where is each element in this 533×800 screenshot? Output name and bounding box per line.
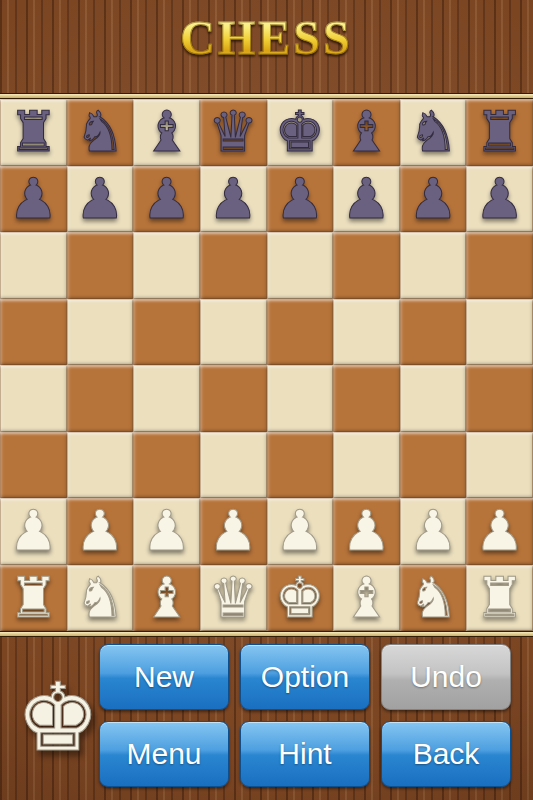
- piece-black-knight: ♞: [400, 99, 467, 166]
- square-b8[interactable]: ♞: [67, 99, 134, 166]
- square-b3[interactable]: [67, 432, 134, 499]
- square-b5[interactable]: [67, 299, 134, 366]
- square-e5[interactable]: [267, 299, 334, 366]
- square-d7[interactable]: ♟: [200, 166, 267, 233]
- square-e6[interactable]: [267, 232, 334, 299]
- square-d8[interactable]: ♛: [200, 99, 267, 166]
- board-bottom-border: [0, 631, 533, 637]
- piece-white-rook: ♜: [0, 565, 67, 632]
- square-c6[interactable]: [133, 232, 200, 299]
- app-screen: CHESS ♜♞♝♛♚♝♞♜♟♟♟♟♟♟♟♟♟♟♟♟♟♟♟♟♜♞♝♛♚♝♞♜ ♚…: [0, 0, 533, 800]
- square-f3[interactable]: [333, 432, 400, 499]
- piece-black-pawn: ♟: [0, 166, 67, 233]
- square-d4[interactable]: [200, 365, 267, 432]
- square-d2[interactable]: ♟: [200, 498, 267, 565]
- square-b4[interactable]: [67, 365, 134, 432]
- square-f1[interactable]: ♝: [333, 565, 400, 632]
- square-g2[interactable]: ♟: [400, 498, 467, 565]
- square-h1[interactable]: ♜: [466, 565, 533, 632]
- square-g6[interactable]: [400, 232, 467, 299]
- square-c7[interactable]: ♟: [133, 166, 200, 233]
- square-h2[interactable]: ♟: [466, 498, 533, 565]
- square-c5[interactable]: [133, 299, 200, 366]
- option-button[interactable]: Option: [240, 644, 370, 710]
- square-e1[interactable]: ♚: [267, 565, 334, 632]
- square-c4[interactable]: [133, 365, 200, 432]
- piece-black-bishop: ♝: [333, 99, 400, 166]
- square-a1[interactable]: ♜: [0, 565, 67, 632]
- square-h7[interactable]: ♟: [466, 166, 533, 233]
- board-frame: ♜♞♝♛♚♝♞♜♟♟♟♟♟♟♟♟♟♟♟♟♟♟♟♟♜♞♝♛♚♝♞♜: [0, 93, 533, 637]
- white-king-icon: ♚: [12, 660, 104, 776]
- piece-white-pawn: ♟: [133, 498, 200, 565]
- square-a8[interactable]: ♜: [0, 99, 67, 166]
- piece-white-pawn: ♟: [267, 498, 334, 565]
- square-e8[interactable]: ♚: [267, 99, 334, 166]
- piece-black-knight: ♞: [67, 99, 134, 166]
- piece-white-king: ♚: [267, 565, 334, 632]
- square-f2[interactable]: ♟: [333, 498, 400, 565]
- square-b7[interactable]: ♟: [67, 166, 134, 233]
- square-d1[interactable]: ♛: [200, 565, 267, 632]
- header: CHESS: [0, 10, 533, 65]
- square-e4[interactable]: [267, 365, 334, 432]
- square-h8[interactable]: ♜: [466, 99, 533, 166]
- piece-white-pawn: ♟: [200, 498, 267, 565]
- piece-white-pawn: ♟: [400, 498, 467, 565]
- piece-black-rook: ♜: [466, 99, 533, 166]
- square-f5[interactable]: [333, 299, 400, 366]
- square-e2[interactable]: ♟: [267, 498, 334, 565]
- square-f8[interactable]: ♝: [333, 99, 400, 166]
- piece-black-bishop: ♝: [133, 99, 200, 166]
- square-b6[interactable]: [67, 232, 134, 299]
- piece-white-pawn: ♟: [67, 498, 134, 565]
- piece-black-queen: ♛: [200, 99, 267, 166]
- square-d5[interactable]: [200, 299, 267, 366]
- hint-button[interactable]: Hint: [240, 721, 370, 787]
- square-g3[interactable]: [400, 432, 467, 499]
- square-b2[interactable]: ♟: [67, 498, 134, 565]
- piece-black-pawn: ♟: [466, 166, 533, 233]
- piece-black-pawn: ♟: [200, 166, 267, 233]
- square-a5[interactable]: [0, 299, 67, 366]
- piece-black-king: ♚: [267, 99, 334, 166]
- piece-white-knight: ♞: [67, 565, 134, 632]
- piece-white-rook: ♜: [466, 565, 533, 632]
- square-b1[interactable]: ♞: [67, 565, 134, 632]
- piece-white-queen: ♛: [200, 565, 267, 632]
- square-d3[interactable]: [200, 432, 267, 499]
- piece-white-bishop: ♝: [133, 565, 200, 632]
- new-button[interactable]: New: [99, 644, 229, 710]
- piece-white-knight: ♞: [400, 565, 467, 632]
- piece-white-pawn: ♟: [0, 498, 67, 565]
- square-g5[interactable]: [400, 299, 467, 366]
- square-e3[interactable]: [267, 432, 334, 499]
- piece-white-bishop: ♝: [333, 565, 400, 632]
- square-g8[interactable]: ♞: [400, 99, 467, 166]
- piece-black-pawn: ♟: [333, 166, 400, 233]
- square-c2[interactable]: ♟: [133, 498, 200, 565]
- back-button[interactable]: Back: [381, 721, 511, 787]
- piece-black-pawn: ♟: [133, 166, 200, 233]
- square-f6[interactable]: [333, 232, 400, 299]
- square-a3[interactable]: [0, 432, 67, 499]
- square-a2[interactable]: ♟: [0, 498, 67, 565]
- square-a7[interactable]: ♟: [0, 166, 67, 233]
- square-h5[interactable]: [466, 299, 533, 366]
- square-h6[interactable]: [466, 232, 533, 299]
- square-h4[interactable]: [466, 365, 533, 432]
- app-title: CHESS: [180, 10, 352, 65]
- piece-white-pawn: ♟: [333, 498, 400, 565]
- menu-button[interactable]: Menu: [99, 721, 229, 787]
- square-c8[interactable]: ♝: [133, 99, 200, 166]
- button-panel: New Option Undo Menu Hint Back: [99, 644, 511, 787]
- square-g7[interactable]: ♟: [400, 166, 467, 233]
- square-e7[interactable]: ♟: [267, 166, 334, 233]
- square-d6[interactable]: [200, 232, 267, 299]
- square-g4[interactable]: [400, 365, 467, 432]
- square-c1[interactable]: ♝: [133, 565, 200, 632]
- piece-black-rook: ♜: [0, 99, 67, 166]
- piece-black-pawn: ♟: [267, 166, 334, 233]
- square-f7[interactable]: ♟: [333, 166, 400, 233]
- piece-white-pawn: ♟: [466, 498, 533, 565]
- piece-black-pawn: ♟: [400, 166, 467, 233]
- undo-button[interactable]: Undo: [381, 644, 511, 710]
- square-a4[interactable]: [0, 365, 67, 432]
- square-c3[interactable]: [133, 432, 200, 499]
- square-h3[interactable]: [466, 432, 533, 499]
- chess-board: ♜♞♝♛♚♝♞♜♟♟♟♟♟♟♟♟♟♟♟♟♟♟♟♟♜♞♝♛♚♝♞♜: [0, 99, 533, 631]
- square-g1[interactable]: ♞: [400, 565, 467, 632]
- square-f4[interactable]: [333, 365, 400, 432]
- square-a6[interactable]: [0, 232, 67, 299]
- piece-black-pawn: ♟: [67, 166, 134, 233]
